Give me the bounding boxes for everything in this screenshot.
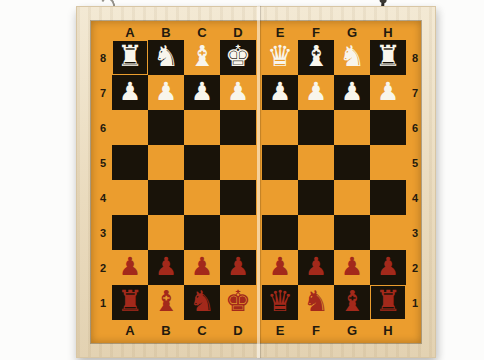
square-d6 (220, 110, 256, 145)
square-g5 (334, 145, 370, 180)
rank-label-left-3: 3 (94, 215, 112, 250)
square-f1: ♞ (298, 285, 334, 320)
square-e2: ♟ (262, 250, 298, 285)
piece-red-pawn-d2: ♟ (227, 254, 249, 279)
chess-board: ABCDEFGH8♜♞♝♚♛♝♞♜87♟♟♟♟♟♟♟♟7665544332♟♟♟… (94, 24, 418, 340)
backing-tile-a8: ♜ (113, 41, 147, 74)
file-label-top-D: D (220, 24, 256, 40)
rank-label-right-3: 3 (406, 215, 424, 250)
square-e8: ♛ (262, 40, 298, 75)
square-f2: ♟ (298, 250, 334, 285)
file-label-top-C: C (184, 24, 220, 40)
corner-bottom-right (406, 320, 424, 340)
corner-top-right (406, 24, 424, 40)
rank-label-right-7: 7 (406, 75, 424, 110)
rank-label-right-2: 2 (406, 250, 424, 285)
square-d1: ♚ (220, 285, 256, 320)
rank-label-left-2: 2 (94, 250, 112, 285)
piece-white-king-d8: ♚ (225, 42, 251, 71)
square-g8: ♞ (334, 40, 370, 75)
rank-label-right-4: 4 (406, 180, 424, 215)
file-label-top-H: H (370, 24, 406, 40)
square-h8: ♜ (370, 40, 406, 75)
piece-red-pawn-c2: ♟ (191, 254, 213, 279)
file-label-bottom-F: F (298, 320, 334, 340)
piece-white-rook-a8: ♜ (117, 42, 143, 71)
square-b4 (148, 180, 184, 215)
square-g1: ♝ (334, 285, 370, 320)
square-c8: ♝ (184, 40, 220, 75)
piece-white-pawn-a7: ♟ (119, 79, 141, 104)
piece-red-bishop-g1: ♝ (339, 287, 365, 316)
square-d7: ♟ (220, 75, 256, 110)
corner-top-left (94, 24, 112, 40)
file-label-bottom-H: H (370, 320, 406, 340)
square-c6 (184, 110, 220, 145)
square-a2: ♟ (112, 250, 148, 285)
rank-label-right-1: 1 (406, 285, 424, 320)
square-a7: ♟ (112, 75, 148, 110)
piece-red-pawn-h2: ♟ (377, 254, 399, 279)
square-f7: ♟ (298, 75, 334, 110)
square-h5 (370, 145, 406, 180)
square-g6 (334, 110, 370, 145)
rank-label-right-5: 5 (406, 145, 424, 180)
piece-white-pawn-d7: ♟ (227, 79, 249, 104)
piece-red-king-d1: ♚ (225, 287, 251, 316)
square-e5 (262, 145, 298, 180)
piece-white-pawn-c7: ♟ (191, 79, 213, 104)
corner-bottom-left (94, 320, 112, 340)
square-b6 (148, 110, 184, 145)
piece-white-knight-g8: ♞ (339, 42, 365, 71)
square-h7: ♟ (370, 75, 406, 110)
square-e3 (262, 215, 298, 250)
square-c3 (184, 215, 220, 250)
file-label-bottom-B: B (148, 320, 184, 340)
rank-label-left-7: 7 (94, 75, 112, 110)
piece-red-pawn-a2: ♟ (119, 254, 141, 279)
square-d5 (220, 145, 256, 180)
piece-red-bishop-b1: ♝ (153, 287, 179, 316)
fold-seam (257, 6, 260, 358)
square-d8: ♚ (220, 40, 256, 75)
piece-white-rook-h8: ♜ (375, 42, 401, 71)
file-label-top-G: G (334, 24, 370, 40)
file-label-bottom-C: C (184, 320, 220, 340)
square-c7: ♟ (184, 75, 220, 110)
rank-label-right-6: 6 (406, 110, 424, 145)
square-d2: ♟ (220, 250, 256, 285)
file-label-bottom-E: E (262, 320, 298, 340)
piece-red-pawn-g2: ♟ (341, 254, 363, 279)
rank-label-left-1: 1 (94, 285, 112, 320)
backing-tile-h1: ♜ (371, 286, 405, 319)
piece-red-knight-f1: ♞ (303, 287, 329, 316)
rank-label-left-4: 4 (94, 180, 112, 215)
square-h1: ♜ (370, 285, 406, 320)
piece-white-queen-e8: ♛ (267, 42, 293, 71)
square-e7: ♟ (262, 75, 298, 110)
square-b7: ♟ (148, 75, 184, 110)
square-b1: ♝ (148, 285, 184, 320)
square-b5 (148, 145, 184, 180)
piece-red-pawn-b2: ♟ (155, 254, 177, 279)
piece-white-pawn-g7: ♟ (341, 79, 363, 104)
square-b8: ♞ (148, 40, 184, 75)
piece-white-pawn-h7: ♟ (377, 79, 399, 104)
square-e6 (262, 110, 298, 145)
piece-white-pawn-e7: ♟ (269, 79, 291, 104)
square-g4 (334, 180, 370, 215)
square-h6 (370, 110, 406, 145)
piece-white-pawn-f7: ♟ (305, 79, 327, 104)
square-g3 (334, 215, 370, 250)
piece-white-knight-b8: ♞ (153, 42, 179, 71)
wooden-frame: ABCDEFGH8♜♞♝♚♛♝♞♜87♟♟♟♟♟♟♟♟7665544332♟♟♟… (76, 6, 436, 358)
square-f5 (298, 145, 334, 180)
piece-red-pawn-e2: ♟ (269, 254, 291, 279)
square-b2: ♟ (148, 250, 184, 285)
square-c4 (184, 180, 220, 215)
square-h4 (370, 180, 406, 215)
square-d3 (220, 215, 256, 250)
rank-label-left-8: 8 (94, 40, 112, 75)
square-g2: ♟ (334, 250, 370, 285)
file-label-bottom-A: A (112, 320, 148, 340)
file-label-top-A: A (112, 24, 148, 40)
square-d4 (220, 180, 256, 215)
square-g7: ♟ (334, 75, 370, 110)
piece-white-pawn-b7: ♟ (155, 79, 177, 104)
rank-label-left-5: 5 (94, 145, 112, 180)
square-a4 (112, 180, 148, 215)
piece-red-rook-h1: ♜ (375, 287, 401, 316)
square-e1: ♛ (262, 285, 298, 320)
file-label-bottom-D: D (220, 320, 256, 340)
square-f4 (298, 180, 334, 215)
file-label-top-B: B (148, 24, 184, 40)
square-c1: ♞ (184, 285, 220, 320)
square-h3 (370, 215, 406, 250)
square-a5 (112, 145, 148, 180)
piece-red-knight-c1: ♞ (189, 287, 215, 316)
square-b3 (148, 215, 184, 250)
piece-red-pawn-f2: ♟ (305, 254, 327, 279)
file-label-bottom-G: G (334, 320, 370, 340)
piece-red-queen-e1: ♛ (267, 287, 293, 316)
square-h2: ♟ (370, 250, 406, 285)
square-a3 (112, 215, 148, 250)
square-f8: ♝ (298, 40, 334, 75)
square-a8: ♜ (112, 40, 148, 75)
file-label-top-E: E (262, 24, 298, 40)
square-a6 (112, 110, 148, 145)
square-c5 (184, 145, 220, 180)
piece-red-rook-a1: ♜ (117, 287, 143, 316)
square-f6 (298, 110, 334, 145)
rank-label-left-6: 6 (94, 110, 112, 145)
piece-white-bishop-c8: ♝ (189, 42, 215, 71)
square-a1: ♜ (112, 285, 148, 320)
square-f3 (298, 215, 334, 250)
rank-label-right-8: 8 (406, 40, 424, 75)
file-label-top-F: F (298, 24, 334, 40)
square-c2: ♟ (184, 250, 220, 285)
square-e4 (262, 180, 298, 215)
piece-white-bishop-f8: ♝ (303, 42, 329, 71)
board-surface: ABCDEFGH8♜♞♝♚♛♝♞♜87♟♟♟♟♟♟♟♟7665544332♟♟♟… (91, 21, 421, 343)
